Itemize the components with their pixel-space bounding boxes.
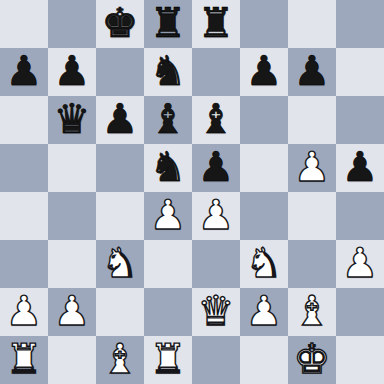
square-b1[interactable]: [48, 336, 96, 384]
black-king[interactable]: ♚: [102, 0, 139, 47]
white-bishop[interactable]: ♝: [102, 335, 139, 383]
square-a5[interactable]: [0, 144, 48, 192]
square-e2[interactable]: ♛: [192, 288, 240, 336]
square-c8[interactable]: ♚: [96, 0, 144, 48]
square-f7[interactable]: ♟: [240, 48, 288, 96]
square-f5[interactable]: [240, 144, 288, 192]
white-pawn[interactable]: ♟: [294, 143, 331, 191]
square-d6[interactable]: ♝: [144, 96, 192, 144]
square-g8[interactable]: [288, 0, 336, 48]
square-e4[interactable]: ♟: [192, 192, 240, 240]
square-e1[interactable]: [192, 336, 240, 384]
square-a4[interactable]: [0, 192, 48, 240]
black-knight[interactable]: ♞: [150, 47, 187, 95]
white-king[interactable]: ♚: [294, 335, 331, 383]
square-e6[interactable]: ♝: [192, 96, 240, 144]
square-h4[interactable]: [336, 192, 384, 240]
square-d8[interactable]: ♜: [144, 0, 192, 48]
square-g3[interactable]: [288, 240, 336, 288]
square-a3[interactable]: [0, 240, 48, 288]
black-pawn[interactable]: ♟: [6, 47, 43, 95]
white-pawn[interactable]: ♟: [150, 191, 187, 239]
black-bishop[interactable]: ♝: [198, 95, 235, 143]
square-f1[interactable]: [240, 336, 288, 384]
white-pawn[interactable]: ♟: [342, 239, 379, 287]
square-h5[interactable]: ♟: [336, 144, 384, 192]
white-queen[interactable]: ♛: [198, 287, 235, 335]
square-d5[interactable]: ♞: [144, 144, 192, 192]
white-pawn[interactable]: ♟: [6, 287, 43, 335]
square-f6[interactable]: [240, 96, 288, 144]
square-d7[interactable]: ♞: [144, 48, 192, 96]
square-b3[interactable]: [48, 240, 96, 288]
chess-board: ♚♜♜♟♟♞♟♟♛♟♝♝♞♟♟♟♟♟♞♞♟♟♟♛♟♝♜♝♜♚: [0, 0, 384, 384]
black-pawn[interactable]: ♟: [246, 47, 283, 95]
square-g7[interactable]: ♟: [288, 48, 336, 96]
black-queen[interactable]: ♛: [54, 95, 91, 143]
square-c5[interactable]: [96, 144, 144, 192]
square-b5[interactable]: [48, 144, 96, 192]
square-a6[interactable]: [0, 96, 48, 144]
black-pawn[interactable]: ♟: [54, 47, 91, 95]
square-e7[interactable]: [192, 48, 240, 96]
square-b8[interactable]: [48, 0, 96, 48]
black-rook[interactable]: ♜: [198, 0, 235, 47]
square-c3[interactable]: ♞: [96, 240, 144, 288]
square-c1[interactable]: ♝: [96, 336, 144, 384]
square-a8[interactable]: [0, 0, 48, 48]
white-rook[interactable]: ♜: [150, 335, 187, 383]
white-bishop[interactable]: ♝: [294, 287, 331, 335]
square-a7[interactable]: ♟: [0, 48, 48, 96]
square-e5[interactable]: ♟: [192, 144, 240, 192]
square-b6[interactable]: ♛: [48, 96, 96, 144]
square-c6[interactable]: ♟: [96, 96, 144, 144]
square-g6[interactable]: [288, 96, 336, 144]
black-pawn[interactable]: ♟: [198, 143, 235, 191]
square-b2[interactable]: ♟: [48, 288, 96, 336]
square-c2[interactable]: [96, 288, 144, 336]
black-pawn[interactable]: ♟: [294, 47, 331, 95]
white-pawn[interactable]: ♟: [198, 191, 235, 239]
white-pawn[interactable]: ♟: [54, 287, 91, 335]
white-pawn[interactable]: ♟: [246, 287, 283, 335]
white-knight[interactable]: ♞: [246, 239, 283, 287]
square-g2[interactable]: ♝: [288, 288, 336, 336]
square-a1[interactable]: ♜: [0, 336, 48, 384]
square-h6[interactable]: [336, 96, 384, 144]
square-d4[interactable]: ♟: [144, 192, 192, 240]
square-e3[interactable]: [192, 240, 240, 288]
square-d2[interactable]: [144, 288, 192, 336]
square-h3[interactable]: ♟: [336, 240, 384, 288]
square-a2[interactable]: ♟: [0, 288, 48, 336]
white-knight[interactable]: ♞: [102, 239, 139, 287]
square-d3[interactable]: [144, 240, 192, 288]
black-rook[interactable]: ♜: [150, 0, 187, 47]
square-g5[interactable]: ♟: [288, 144, 336, 192]
square-h8[interactable]: [336, 0, 384, 48]
square-f8[interactable]: [240, 0, 288, 48]
square-h7[interactable]: [336, 48, 384, 96]
square-c7[interactable]: [96, 48, 144, 96]
square-g4[interactable]: [288, 192, 336, 240]
square-h2[interactable]: [336, 288, 384, 336]
square-c4[interactable]: [96, 192, 144, 240]
square-f2[interactable]: ♟: [240, 288, 288, 336]
black-bishop[interactable]: ♝: [150, 95, 187, 143]
square-f4[interactable]: [240, 192, 288, 240]
square-f3[interactable]: ♞: [240, 240, 288, 288]
black-pawn[interactable]: ♟: [102, 95, 139, 143]
black-knight[interactable]: ♞: [150, 143, 187, 191]
square-b7[interactable]: ♟: [48, 48, 96, 96]
square-h1[interactable]: [336, 336, 384, 384]
square-g1[interactable]: ♚: [288, 336, 336, 384]
white-rook[interactable]: ♜: [6, 335, 43, 383]
square-d1[interactable]: ♜: [144, 336, 192, 384]
black-pawn[interactable]: ♟: [342, 143, 379, 191]
square-e8[interactable]: ♜: [192, 0, 240, 48]
square-b4[interactable]: [48, 192, 96, 240]
